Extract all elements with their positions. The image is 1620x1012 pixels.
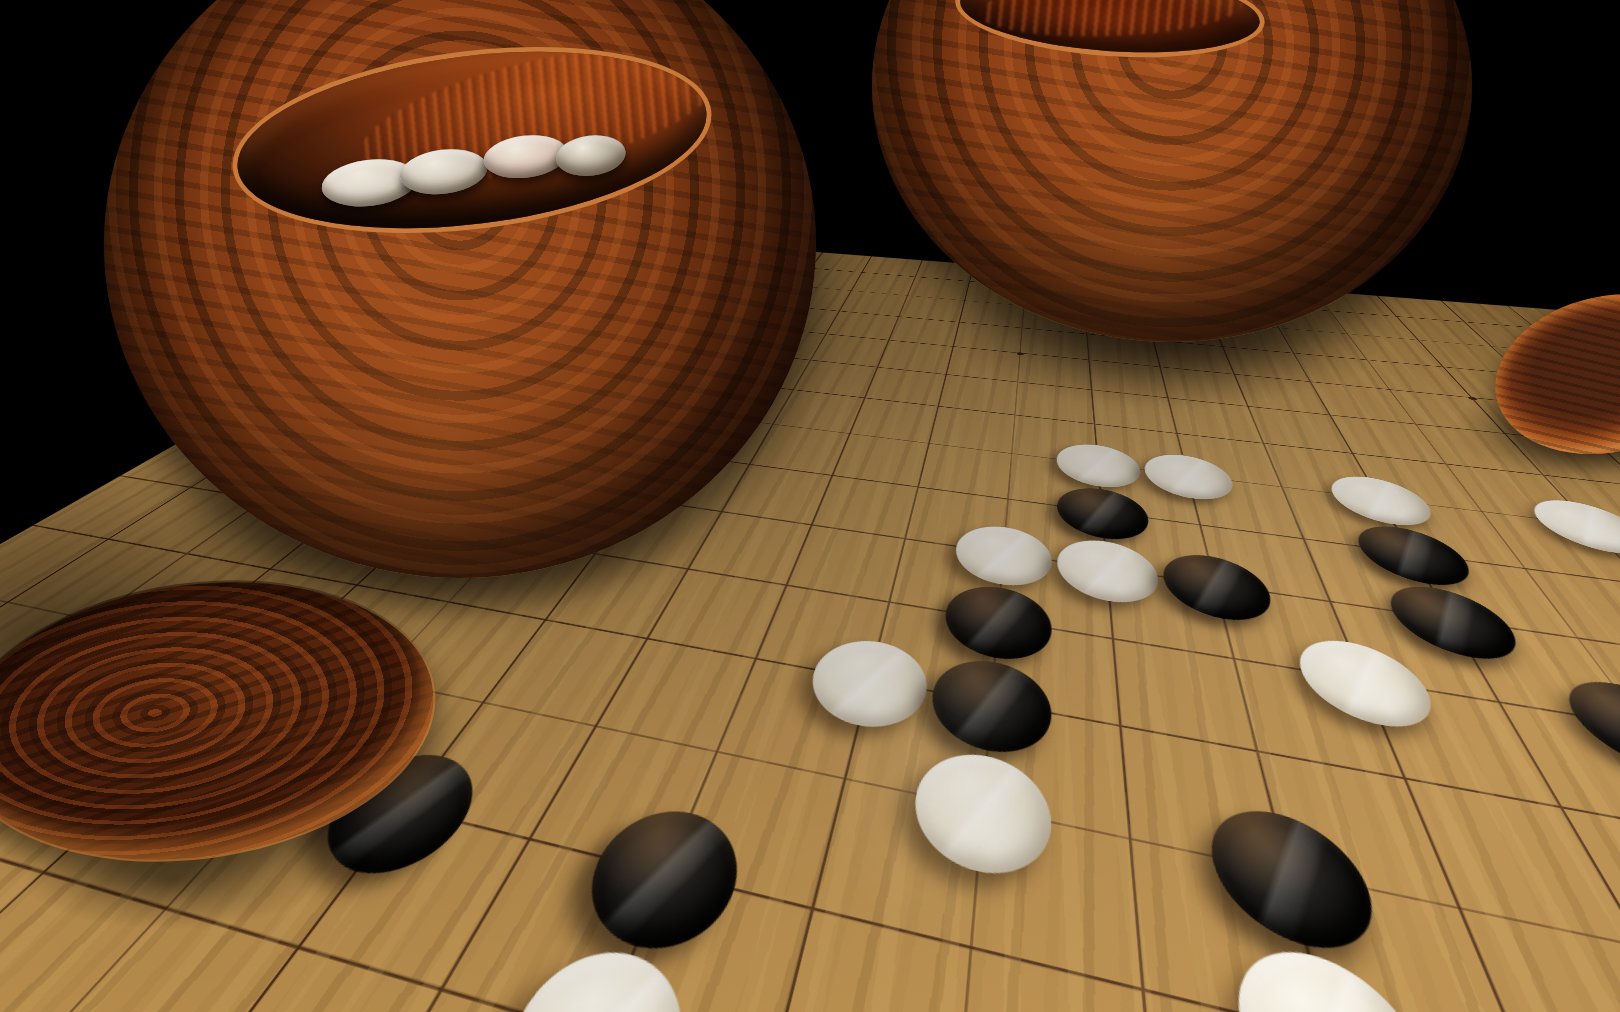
black-stone xyxy=(1159,549,1281,628)
go-stone-bowl-left xyxy=(104,0,816,578)
black-stone xyxy=(925,653,1051,763)
hoshi-point xyxy=(1016,352,1023,355)
white-stone xyxy=(1226,936,1460,1012)
white-stone xyxy=(1518,495,1620,559)
go-stone-bowl-right xyxy=(872,0,1472,342)
white-stone xyxy=(1057,535,1163,610)
white-stone xyxy=(1289,633,1450,737)
black-stone xyxy=(565,799,755,965)
white-stone xyxy=(1141,450,1239,504)
black-stone xyxy=(1377,580,1536,667)
black-stone xyxy=(1347,521,1486,592)
white-stone xyxy=(1322,472,1445,531)
white-stone xyxy=(952,521,1052,592)
white-stone xyxy=(907,744,1052,888)
black-stone xyxy=(1202,799,1393,965)
hoshi-point xyxy=(1466,396,1477,400)
black-stone xyxy=(1057,483,1153,545)
black-stone xyxy=(1547,673,1620,790)
white-stone xyxy=(800,633,933,737)
white-stone xyxy=(473,936,705,1012)
go-scene xyxy=(0,0,1620,1012)
bowl-inner-wall xyxy=(977,0,1243,40)
white-stone xyxy=(1057,440,1144,492)
black-stone xyxy=(940,580,1052,668)
